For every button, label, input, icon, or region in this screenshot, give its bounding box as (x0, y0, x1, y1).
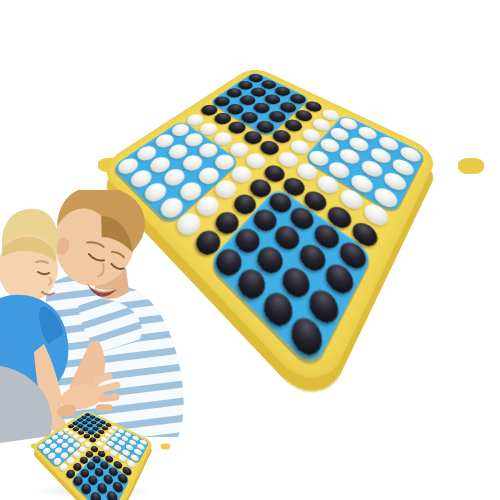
father-finger-2 (97, 381, 121, 393)
father-reaching-arm (40, 295, 190, 420)
father-sleeve (78, 298, 142, 353)
product-photo (0, 0, 500, 500)
yellow-tray (30, 410, 153, 500)
tray-foot-right (161, 443, 170, 449)
tray-foot-right (458, 158, 484, 174)
father-finger-4 (96, 404, 113, 411)
piece-grid (36, 412, 149, 500)
